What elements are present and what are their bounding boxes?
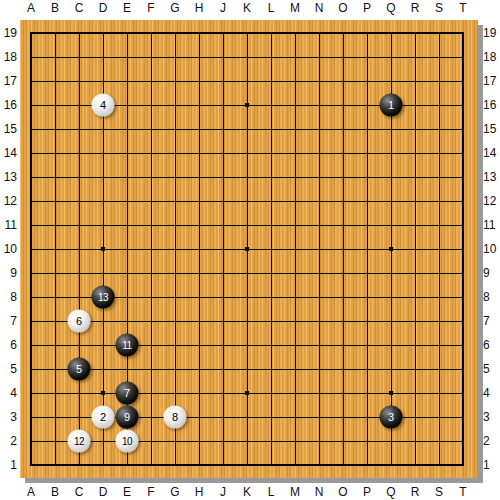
stone-black-e4[interactable]: 7 bbox=[116, 382, 139, 405]
right-row-label: 12 bbox=[483, 194, 500, 208]
top-column-label: Q bbox=[386, 1, 395, 15]
bottom-column-label: R bbox=[411, 485, 420, 499]
left-row-label: 18 bbox=[0, 50, 17, 64]
star-point-k4 bbox=[245, 391, 250, 396]
right-row-label: 18 bbox=[483, 50, 500, 64]
bottom-column-label: L bbox=[268, 485, 275, 499]
top-column-label: J bbox=[220, 1, 226, 15]
top-column-label: T bbox=[459, 1, 466, 15]
stone-white-d3[interactable]: 2 bbox=[92, 406, 115, 429]
left-row-label: 12 bbox=[0, 194, 17, 208]
bottom-column-label: Q bbox=[386, 485, 395, 499]
top-column-label: R bbox=[411, 1, 420, 15]
top-column-label: B bbox=[51, 1, 59, 15]
top-column-label: A bbox=[27, 1, 35, 15]
left-row-label: 3 bbox=[0, 410, 17, 424]
top-column-label: O bbox=[338, 1, 347, 15]
top-column-label: M bbox=[290, 1, 300, 15]
top-column-label: L bbox=[268, 1, 275, 15]
left-row-label: 11 bbox=[0, 218, 17, 232]
bottom-column-label: A bbox=[27, 485, 35, 499]
bottom-column-label: D bbox=[99, 485, 108, 499]
go-diagram: AABBCCDDEEFFGGHHJJKKLLMMNNOOPPQQRRSSTT19… bbox=[0, 0, 500, 500]
bottom-column-label: H bbox=[195, 485, 204, 499]
stone-black-e6[interactable]: 11 bbox=[116, 334, 139, 357]
stone-white-g3[interactable]: 8 bbox=[164, 406, 187, 429]
top-column-label: N bbox=[315, 1, 324, 15]
right-row-label: 6 bbox=[483, 338, 500, 352]
left-row-label: 2 bbox=[0, 434, 17, 448]
top-column-label: K bbox=[243, 1, 251, 15]
top-column-label: S bbox=[435, 1, 443, 15]
stone-black-q16[interactable]: 1 bbox=[380, 94, 403, 117]
bottom-column-label: F bbox=[147, 485, 154, 499]
bottom-column-label: M bbox=[290, 485, 300, 499]
right-row-label: 13 bbox=[483, 170, 500, 184]
star-point-k16 bbox=[245, 103, 250, 108]
left-row-label: 4 bbox=[0, 386, 17, 400]
right-row-label: 11 bbox=[483, 218, 500, 232]
left-row-label: 8 bbox=[0, 290, 17, 304]
stone-black-e3[interactable]: 9 bbox=[116, 406, 139, 429]
left-row-label: 1 bbox=[0, 458, 17, 472]
right-row-label: 15 bbox=[483, 122, 500, 136]
right-row-label: 7 bbox=[483, 314, 500, 328]
right-row-label: 8 bbox=[483, 290, 500, 304]
bottom-column-label: G bbox=[170, 485, 179, 499]
stone-black-c5[interactable]: 5 bbox=[68, 358, 91, 381]
stone-white-d16[interactable]: 4 bbox=[92, 94, 115, 117]
left-row-label: 9 bbox=[0, 266, 17, 280]
star-point-d10 bbox=[101, 247, 106, 252]
bottom-column-label: P bbox=[363, 485, 371, 499]
bottom-column-label: T bbox=[459, 485, 466, 499]
top-column-label: E bbox=[123, 1, 131, 15]
right-row-label: 17 bbox=[483, 74, 500, 88]
bottom-column-label: E bbox=[123, 485, 131, 499]
left-row-label: 13 bbox=[0, 170, 17, 184]
stone-white-e2[interactable]: 10 bbox=[116, 430, 139, 453]
stone-white-c7[interactable]: 6 bbox=[68, 310, 91, 333]
left-row-label: 17 bbox=[0, 74, 17, 88]
top-column-label: F bbox=[147, 1, 154, 15]
stone-white-c2[interactable]: 12 bbox=[68, 430, 91, 453]
stone-black-q3[interactable]: 3 bbox=[380, 406, 403, 429]
left-row-label: 15 bbox=[0, 122, 17, 136]
right-row-label: 9 bbox=[483, 266, 500, 280]
top-column-label: P bbox=[363, 1, 371, 15]
bottom-column-label: S bbox=[435, 485, 443, 499]
left-row-label: 14 bbox=[0, 146, 17, 160]
left-row-label: 10 bbox=[0, 242, 17, 256]
top-column-label: G bbox=[170, 1, 179, 15]
right-row-label: 4 bbox=[483, 386, 500, 400]
top-column-label: D bbox=[99, 1, 108, 15]
bottom-column-label: O bbox=[338, 485, 347, 499]
bottom-column-label: N bbox=[315, 485, 324, 499]
bottom-column-label: C bbox=[75, 485, 84, 499]
left-row-label: 6 bbox=[0, 338, 17, 352]
board-grid bbox=[20, 20, 478, 478]
star-point-d4 bbox=[101, 391, 106, 396]
go-board[interactable] bbox=[20, 20, 478, 478]
right-row-label: 19 bbox=[483, 26, 500, 40]
left-row-label: 19 bbox=[0, 26, 17, 40]
star-point-k10 bbox=[245, 247, 250, 252]
bottom-column-label: B bbox=[51, 485, 59, 499]
star-point-q10 bbox=[389, 247, 394, 252]
star-point-q4 bbox=[389, 391, 394, 396]
left-row-label: 16 bbox=[0, 98, 17, 112]
right-row-label: 2 bbox=[483, 434, 500, 448]
bottom-column-label: K bbox=[243, 485, 251, 499]
left-row-label: 5 bbox=[0, 362, 17, 376]
right-row-label: 3 bbox=[483, 410, 500, 424]
right-row-label: 16 bbox=[483, 98, 500, 112]
bottom-column-label: J bbox=[220, 485, 226, 499]
left-row-label: 7 bbox=[0, 314, 17, 328]
right-row-label: 1 bbox=[483, 458, 500, 472]
stone-black-d8[interactable]: 13 bbox=[92, 286, 115, 309]
right-row-label: 5 bbox=[483, 362, 500, 376]
right-row-label: 10 bbox=[483, 242, 500, 256]
top-column-label: H bbox=[195, 1, 204, 15]
right-row-label: 14 bbox=[483, 146, 500, 160]
top-column-label: C bbox=[75, 1, 84, 15]
